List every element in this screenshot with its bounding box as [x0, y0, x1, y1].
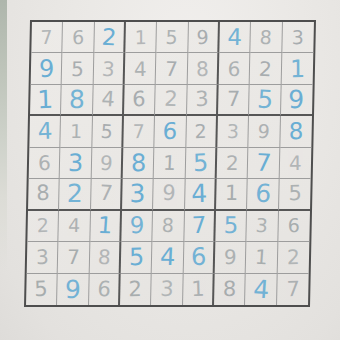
cell-r6c5: 9 — [153, 179, 185, 210]
cell-r8c5: 4 — [152, 242, 184, 273]
given-digit: 9 — [224, 247, 237, 267]
cell-r7c7: 5 — [215, 211, 247, 242]
cell-r5c2: 3 — [60, 148, 92, 179]
given-digit: 8 — [196, 58, 209, 79]
cell-r4c8: 9 — [249, 116, 281, 147]
cell-r2c6: 8 — [187, 53, 219, 84]
given-digit: 6 — [288, 216, 300, 235]
given-digit: 4 — [68, 216, 80, 235]
given-digit: 3 — [195, 89, 209, 111]
given-digit: 8 — [223, 279, 237, 300]
solved-digit: 2 — [67, 181, 83, 206]
solved-digit: 5 — [256, 87, 274, 113]
cell-r7c4: 9 — [121, 211, 153, 242]
given-digit: 7 — [67, 247, 80, 267]
solved-digit: 5 — [129, 245, 144, 269]
cell-r1c1: 7 — [31, 22, 63, 53]
solved-digit: 1 — [97, 214, 113, 238]
given-digit: 9 — [197, 27, 210, 47]
solved-digit: 3 — [68, 151, 84, 175]
given-digit: 3 — [255, 216, 268, 236]
solved-digit: 4 — [252, 276, 270, 302]
given-digit: 5 — [288, 183, 301, 204]
given-digit: 8 — [259, 27, 272, 47]
cell-r3c7: 7 — [218, 85, 250, 116]
given-digit: 5 — [166, 28, 179, 47]
given-digit: 7 — [133, 122, 145, 141]
cell-r9c4: 2 — [120, 274, 152, 305]
given-digit: 1 — [225, 183, 239, 204]
cell-r6c2: 2 — [59, 179, 91, 210]
solved-digit: 6 — [254, 181, 272, 207]
cell-r6c8: 6 — [247, 179, 279, 210]
cell-r2c4: 4 — [125, 53, 157, 84]
cell-r3c9: 9 — [281, 85, 313, 116]
cell-r7c2: 4 — [59, 211, 91, 242]
given-digit: 1 — [254, 247, 268, 268]
solved-digit: 8 — [130, 151, 145, 175]
cell-r2c1: 9 — [31, 53, 63, 84]
cell-r8c2: 7 — [58, 242, 90, 273]
solved-digit: 4 — [227, 26, 242, 49]
cell-r1c9: 3 — [282, 22, 314, 53]
cell-r5c1: 6 — [29, 148, 61, 179]
cell-r7c5: 8 — [153, 211, 185, 242]
given-digit: 7 — [98, 183, 113, 205]
cell-r3c1: 1 — [30, 85, 62, 116]
sudoku-board: 7621594839534786211846237594157623986398… — [24, 20, 316, 307]
given-digit: 3 — [292, 28, 304, 47]
cell-r1c7: 4 — [219, 22, 251, 53]
given-digit: 4 — [100, 89, 115, 111]
cell-r3c4: 6 — [124, 85, 156, 116]
solved-digit: 1 — [290, 56, 305, 80]
cell-r4c4: 7 — [123, 116, 155, 147]
cell-r1c5: 5 — [157, 22, 189, 53]
solved-digit: 5 — [192, 151, 208, 176]
solved-digit: 8 — [289, 120, 304, 143]
cell-r9c9: 7 — [277, 274, 309, 305]
solved-digit: 7 — [191, 214, 206, 238]
given-digit: 2 — [195, 122, 208, 142]
cell-r9c5: 3 — [151, 274, 183, 305]
cell-r5c9: 4 — [279, 148, 311, 179]
solved-digit: 6 — [190, 245, 206, 270]
cell-r1c6: 9 — [188, 22, 220, 53]
cell-r2c3: 3 — [93, 53, 125, 84]
given-digit: 2 — [129, 279, 142, 300]
given-digit: 4 — [134, 59, 147, 79]
given-digit: 4 — [289, 153, 302, 173]
cell-r7c8: 3 — [247, 211, 279, 242]
solved-digit: 6 — [162, 120, 178, 143]
cell-r9c6: 1 — [183, 274, 215, 305]
cell-r3c8: 5 — [249, 85, 281, 116]
cell-r3c5: 2 — [155, 85, 187, 116]
given-digit: 1 — [135, 28, 147, 47]
given-digit: 3 — [36, 247, 49, 268]
solved-digit: 4 — [159, 245, 175, 269]
cell-r5c8: 7 — [248, 148, 280, 179]
cell-r4c9: 8 — [280, 116, 312, 147]
cell-r5c3: 9 — [91, 148, 123, 179]
given-digit: 6 — [38, 153, 51, 174]
given-digit: 2 — [226, 153, 239, 173]
given-digit: 7 — [286, 279, 299, 300]
cell-r9c8: 4 — [245, 274, 277, 305]
given-digit: 9 — [257, 122, 270, 142]
solved-digit: 9 — [289, 87, 305, 112]
cell-r8c8: 1 — [246, 242, 278, 273]
cell-r6c7: 1 — [216, 179, 248, 210]
cell-r3c2: 8 — [61, 85, 93, 116]
solved-digit: 2 — [101, 25, 117, 49]
cell-r1c2: 6 — [63, 22, 95, 53]
given-digit: 2 — [37, 216, 50, 236]
cell-r8c1: 3 — [27, 242, 59, 273]
given-digit: 1 — [163, 153, 177, 173]
cell-r8c3: 8 — [89, 242, 121, 273]
given-digit: 1 — [70, 122, 82, 141]
cell-r1c3: 2 — [94, 22, 126, 53]
cell-r9c2: 9 — [57, 274, 89, 305]
given-digit: 2 — [164, 89, 178, 110]
cell-r8c9: 2 — [277, 242, 309, 273]
cell-r9c1: 5 — [26, 274, 58, 305]
cell-r3c6: 3 — [187, 85, 219, 116]
solved-digit: 5 — [223, 214, 238, 237]
cell-r1c8: 8 — [251, 22, 283, 53]
given-digit: 1 — [191, 278, 205, 300]
solved-digit: 4 — [37, 120, 52, 144]
given-digit: 5 — [100, 122, 113, 142]
cell-r2c2: 5 — [62, 53, 94, 84]
cell-r4c7: 3 — [217, 116, 249, 147]
cell-r7c1: 2 — [27, 211, 59, 242]
cell-r4c1: 4 — [29, 116, 61, 147]
cell-r4c5: 6 — [155, 116, 187, 147]
sudoku-paper-photo: 7621594839534786211846237594157623986398… — [0, 0, 340, 340]
given-digit: 6 — [72, 28, 84, 47]
paper-edge — [0, 0, 7, 340]
cell-r9c7: 8 — [214, 274, 246, 305]
cell-r8c6: 6 — [183, 242, 215, 273]
given-digit: 7 — [227, 89, 241, 110]
cell-r4c3: 5 — [92, 116, 124, 147]
solved-digit: 9 — [38, 56, 54, 81]
cell-r4c2: 1 — [61, 116, 93, 147]
given-digit: 7 — [40, 27, 53, 47]
given-digit: 9 — [99, 153, 113, 174]
cell-r5c4: 8 — [123, 148, 155, 179]
cell-r2c7: 6 — [219, 53, 251, 84]
cell-r6c4: 3 — [122, 179, 154, 210]
cell-r8c4: 5 — [121, 242, 153, 273]
cell-r7c6: 7 — [184, 211, 216, 242]
solved-digit: 9 — [129, 214, 144, 237]
given-digit: 5 — [35, 278, 49, 300]
given-digit: 9 — [162, 183, 176, 204]
cell-r7c9: 6 — [278, 211, 310, 242]
cell-r5c6: 5 — [185, 148, 217, 179]
cell-r8c7: 9 — [215, 242, 247, 273]
cell-r5c5: 1 — [154, 148, 186, 179]
given-digit: 7 — [165, 59, 179, 79]
given-digit: 8 — [97, 247, 111, 268]
cell-r3c3: 4 — [93, 85, 125, 116]
cell-r2c5: 7 — [156, 53, 188, 84]
given-digit: 3 — [101, 58, 115, 79]
solved-digit: 3 — [130, 181, 146, 206]
cell-r6c6: 4 — [185, 179, 217, 210]
solved-digit: 8 — [69, 87, 85, 112]
given-digit: 6 — [96, 278, 111, 300]
given-digit: 5 — [71, 59, 84, 79]
cell-r6c1: 8 — [28, 179, 60, 210]
cell-r5c7: 2 — [217, 148, 249, 179]
solved-digit: 4 — [191, 181, 208, 207]
given-digit: 8 — [162, 216, 175, 235]
given-digit: 2 — [287, 247, 300, 267]
solved-digit: 7 — [255, 151, 272, 176]
given-digit: 3 — [160, 279, 174, 300]
given-digit: 2 — [258, 58, 272, 79]
cell-r9c3: 6 — [89, 274, 121, 305]
cell-r2c9: 1 — [281, 53, 313, 84]
cell-r7c3: 1 — [90, 211, 122, 242]
cell-r6c9: 5 — [279, 179, 311, 210]
cell-r6c3: 7 — [91, 179, 123, 210]
cell-r4c6: 2 — [186, 116, 218, 147]
given-digit: 6 — [133, 89, 146, 110]
cell-r2c8: 2 — [250, 53, 282, 84]
given-digit: 8 — [37, 183, 51, 205]
cell-r1c4: 1 — [125, 22, 157, 53]
given-digit: 3 — [227, 122, 239, 141]
given-digit: 6 — [228, 59, 241, 79]
solved-digit: 1 — [37, 87, 54, 113]
solved-digit: 9 — [65, 277, 81, 302]
